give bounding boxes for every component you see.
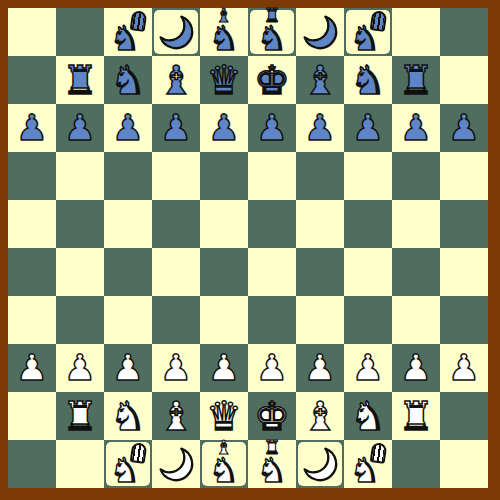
- square-e2[interactable]: ♛: [200, 392, 248, 440]
- piece-blue-knight[interactable]: ♞: [344, 56, 392, 104]
- piece-white-knight-bishop[interactable]: ♞♝: [200, 440, 248, 488]
- piece-white-bishop[interactable]: ♝: [152, 392, 200, 440]
- piece-white-pawn[interactable]: ♟: [200, 344, 248, 392]
- pawn-glyph: ♟: [400, 104, 432, 152]
- pawn-glyph: ♟: [160, 104, 192, 152]
- piece-blue-pawn[interactable]: ♟: [296, 104, 344, 152]
- chess-board: ♞♞♝♞♜♞♜♞♝♛♚♝♞♜♟♟♟♟♟♟♟♟♟♟♟♟♟♟♟♟♟♟♟♟♜♞♝♛♚♝…: [8, 8, 488, 488]
- square-f4[interactable]: [248, 296, 296, 344]
- square-c1[interactable]: ♞: [104, 440, 152, 488]
- piece-white-pawn[interactable]: ♟: [8, 344, 56, 392]
- king-glyph: ♚: [254, 56, 290, 104]
- pawn-glyph: ♟: [256, 104, 288, 152]
- square-d4[interactable]: [152, 296, 200, 344]
- bishop-mitre-crest: ♝: [215, 6, 232, 25]
- square-b6[interactable]: [56, 200, 104, 248]
- square-d6[interactable]: [152, 200, 200, 248]
- piece-blue-knight-bishop[interactable]: ♞♝: [200, 8, 248, 56]
- pawn-glyph: ♟: [64, 344, 96, 392]
- square-g7[interactable]: [296, 152, 344, 200]
- piece-blue-pawn[interactable]: ♟: [248, 104, 296, 152]
- piece-white-maned-knight[interactable]: ♞: [104, 440, 152, 488]
- square-f10[interactable]: ♞♜: [248, 8, 296, 56]
- piece-blue-maned-knight[interactable]: ♞: [104, 8, 152, 56]
- crescent-shape: [299, 443, 341, 485]
- mane-crest: [370, 10, 388, 32]
- piece-white-pawn[interactable]: ♟: [104, 344, 152, 392]
- piece-white-pawn[interactable]: ♟: [344, 344, 392, 392]
- pawn-glyph: ♟: [64, 104, 96, 152]
- piece-white-pawn[interactable]: ♟: [392, 344, 440, 392]
- square-i3[interactable]: ♟: [392, 344, 440, 392]
- square-j3[interactable]: ♟: [440, 344, 488, 392]
- square-d9[interactable]: ♝: [152, 56, 200, 104]
- square-b9[interactable]: ♜: [56, 56, 104, 104]
- crescent-shape: [299, 11, 341, 53]
- piece-white-pawn[interactable]: ♟: [152, 344, 200, 392]
- piece-blue-rook[interactable]: ♜: [56, 56, 104, 104]
- piece-white-knight[interactable]: ♞: [344, 392, 392, 440]
- pawn-glyph: ♟: [304, 104, 336, 152]
- square-a6[interactable]: [8, 200, 56, 248]
- knight-head-glyph: ♞: [209, 21, 239, 55]
- square-f1[interactable]: ♞♜: [248, 440, 296, 488]
- square-i4[interactable]: [392, 296, 440, 344]
- square-g4[interactable]: [296, 296, 344, 344]
- piece-blue-crescent[interactable]: [152, 8, 200, 56]
- square-a5[interactable]: [8, 248, 56, 296]
- board-frame: ♞♞♝♞♜♞♜♞♝♛♚♝♞♜♟♟♟♟♟♟♟♟♟♟♟♟♟♟♟♟♟♟♟♟♜♞♝♛♚♝…: [0, 0, 500, 500]
- mane-crest: [130, 442, 148, 464]
- square-b3[interactable]: ♟: [56, 344, 104, 392]
- pawn-glyph: ♟: [112, 104, 144, 152]
- piece-white-queen[interactable]: ♛: [200, 392, 248, 440]
- square-c9[interactable]: ♞: [104, 56, 152, 104]
- piece-blue-pawn[interactable]: ♟: [344, 104, 392, 152]
- king-glyph: ♚: [254, 392, 290, 440]
- square-j5[interactable]: [440, 248, 488, 296]
- piece-white-crescent[interactable]: [296, 440, 344, 488]
- pawn-glyph: ♟: [16, 104, 48, 152]
- square-c4[interactable]: [104, 296, 152, 344]
- square-h3[interactable]: ♟: [344, 344, 392, 392]
- square-i7[interactable]: [392, 152, 440, 200]
- square-f5[interactable]: [248, 248, 296, 296]
- piece-white-knight-rook[interactable]: ♞♜: [248, 440, 296, 488]
- square-d3[interactable]: ♟: [152, 344, 200, 392]
- piece-blue-pawn[interactable]: ♟: [200, 104, 248, 152]
- square-d10[interactable]: [152, 8, 200, 56]
- square-f9[interactable]: ♚: [248, 56, 296, 104]
- square-b8[interactable]: ♟: [56, 104, 104, 152]
- knight-head-glyph: ♞: [209, 453, 239, 487]
- pawn-glyph: ♟: [16, 344, 48, 392]
- square-c5[interactable]: [104, 248, 152, 296]
- piece-white-rook[interactable]: ♜: [56, 392, 104, 440]
- bishop-glyph: ♝: [158, 392, 194, 440]
- square-g10[interactable]: [296, 8, 344, 56]
- crescent-shape: [155, 443, 197, 485]
- piece-blue-pawn[interactable]: ♟: [8, 104, 56, 152]
- square-j8[interactable]: ♟: [440, 104, 488, 152]
- square-b5[interactable]: [56, 248, 104, 296]
- square-a2[interactable]: [8, 392, 56, 440]
- piece-blue-pawn[interactable]: ♟: [56, 104, 104, 152]
- square-j4[interactable]: [440, 296, 488, 344]
- square-e7[interactable]: [200, 152, 248, 200]
- square-a1[interactable]: [8, 440, 56, 488]
- square-c6[interactable]: [104, 200, 152, 248]
- piece-white-pawn[interactable]: ♟: [248, 344, 296, 392]
- square-h1[interactable]: ♞: [344, 440, 392, 488]
- square-g5[interactable]: [296, 248, 344, 296]
- square-g2[interactable]: ♝: [296, 392, 344, 440]
- square-c2[interactable]: ♞: [104, 392, 152, 440]
- bishop-glyph: ♝: [302, 56, 338, 104]
- queen-glyph: ♛: [206, 56, 242, 104]
- knight-glyph: ♞: [350, 392, 386, 440]
- piece-white-rook[interactable]: ♜: [392, 392, 440, 440]
- square-j9[interactable]: [440, 56, 488, 104]
- rook-glyph: ♜: [398, 56, 434, 104]
- square-a10[interactable]: [8, 8, 56, 56]
- piece-blue-pawn[interactable]: ♟: [440, 104, 488, 152]
- square-b7[interactable]: [56, 152, 104, 200]
- bishop-mitre-crest: ♝: [215, 438, 232, 457]
- square-b4[interactable]: [56, 296, 104, 344]
- square-c8[interactable]: ♟: [104, 104, 152, 152]
- square-e4[interactable]: [200, 296, 248, 344]
- square-a4[interactable]: [8, 296, 56, 344]
- knight-glyph: ♞: [110, 56, 146, 104]
- square-a3[interactable]: ♟: [8, 344, 56, 392]
- piece-blue-pawn[interactable]: ♟: [392, 104, 440, 152]
- square-d1[interactable]: [152, 440, 200, 488]
- square-d8[interactable]: ♟: [152, 104, 200, 152]
- square-b10[interactable]: [56, 8, 104, 56]
- square-c10[interactable]: ♞: [104, 8, 152, 56]
- square-f2[interactable]: ♚: [248, 392, 296, 440]
- square-h2[interactable]: ♞: [344, 392, 392, 440]
- pawn-glyph: ♟: [400, 344, 432, 392]
- knight-head-glyph: ♞: [257, 21, 287, 55]
- square-j6[interactable]: [440, 200, 488, 248]
- square-a9[interactable]: [8, 56, 56, 104]
- rook-tower-crest: ♜: [263, 6, 280, 25]
- square-d2[interactable]: ♝: [152, 392, 200, 440]
- square-e10[interactable]: ♞♝: [200, 8, 248, 56]
- square-j10[interactable]: [440, 8, 488, 56]
- square-b2[interactable]: ♜: [56, 392, 104, 440]
- square-g6[interactable]: [296, 200, 344, 248]
- pawn-glyph: ♟: [160, 344, 192, 392]
- rook-glyph: ♜: [62, 392, 98, 440]
- pawn-glyph: ♟: [112, 344, 144, 392]
- piece-white-maned-knight[interactable]: ♞: [344, 440, 392, 488]
- square-f8[interactable]: ♟: [248, 104, 296, 152]
- square-g1[interactable]: [296, 440, 344, 488]
- square-h8[interactable]: ♟: [344, 104, 392, 152]
- piece-blue-king[interactable]: ♚: [248, 56, 296, 104]
- square-h4[interactable]: [344, 296, 392, 344]
- square-h6[interactable]: [344, 200, 392, 248]
- queen-glyph: ♛: [206, 392, 242, 440]
- knight-head-glyph: ♞: [257, 453, 287, 487]
- square-f6[interactable]: [248, 200, 296, 248]
- rook-glyph: ♜: [398, 392, 434, 440]
- bishop-glyph: ♝: [302, 392, 338, 440]
- square-g3[interactable]: ♟: [296, 344, 344, 392]
- square-a7[interactable]: [8, 152, 56, 200]
- piece-blue-rook[interactable]: ♜: [392, 56, 440, 104]
- square-d7[interactable]: [152, 152, 200, 200]
- square-c7[interactable]: [104, 152, 152, 200]
- piece-blue-queen[interactable]: ♛: [200, 56, 248, 104]
- piece-white-pawn[interactable]: ♟: [296, 344, 344, 392]
- square-e8[interactable]: ♟: [200, 104, 248, 152]
- square-i1[interactable]: [392, 440, 440, 488]
- square-c3[interactable]: ♟: [104, 344, 152, 392]
- square-g9[interactable]: ♝: [296, 56, 344, 104]
- square-a8[interactable]: ♟: [8, 104, 56, 152]
- square-g8[interactable]: ♟: [296, 104, 344, 152]
- pawn-glyph: ♟: [304, 344, 336, 392]
- knight-glyph: ♞: [350, 56, 386, 104]
- piece-blue-bishop[interactable]: ♝: [152, 56, 200, 104]
- piece-blue-maned-knight[interactable]: ♞: [344, 8, 392, 56]
- square-h9[interactable]: ♞: [344, 56, 392, 104]
- square-e6[interactable]: [200, 200, 248, 248]
- pawn-glyph: ♟: [256, 344, 288, 392]
- square-h7[interactable]: [344, 152, 392, 200]
- square-b1[interactable]: [56, 440, 104, 488]
- square-i5[interactable]: [392, 248, 440, 296]
- piece-white-king[interactable]: ♚: [248, 392, 296, 440]
- pawn-glyph: ♟: [352, 104, 384, 152]
- piece-blue-knight-rook[interactable]: ♞♜: [248, 8, 296, 56]
- square-e9[interactable]: ♛: [200, 56, 248, 104]
- square-i8[interactable]: ♟: [392, 104, 440, 152]
- piece-white-knight[interactable]: ♞: [104, 392, 152, 440]
- square-e3[interactable]: ♟: [200, 344, 248, 392]
- piece-white-pawn[interactable]: ♟: [56, 344, 104, 392]
- crescent-shape: [155, 11, 197, 53]
- square-e1[interactable]: ♞♝: [200, 440, 248, 488]
- piece-blue-pawn[interactable]: ♟: [104, 104, 152, 152]
- pawn-glyph: ♟: [352, 344, 384, 392]
- square-e5[interactable]: [200, 248, 248, 296]
- piece-white-pawn[interactable]: ♟: [440, 344, 488, 392]
- bishop-glyph: ♝: [158, 56, 194, 104]
- piece-white-bishop[interactable]: ♝: [296, 392, 344, 440]
- pawn-glyph: ♟: [208, 104, 240, 152]
- piece-blue-crescent[interactable]: [296, 8, 344, 56]
- square-i6[interactable]: [392, 200, 440, 248]
- square-h5[interactable]: [344, 248, 392, 296]
- piece-blue-pawn[interactable]: ♟: [152, 104, 200, 152]
- piece-white-crescent[interactable]: [152, 440, 200, 488]
- square-h10[interactable]: ♞: [344, 8, 392, 56]
- pawn-glyph: ♟: [448, 104, 480, 152]
- knight-glyph: ♞: [110, 392, 146, 440]
- pawn-glyph: ♟: [448, 344, 480, 392]
- piece-blue-knight[interactable]: ♞: [104, 56, 152, 104]
- square-i2[interactable]: ♜: [392, 392, 440, 440]
- mane-crest: [370, 442, 388, 464]
- square-f3[interactable]: ♟: [248, 344, 296, 392]
- pawn-glyph: ♟: [208, 344, 240, 392]
- mane-crest: [130, 10, 148, 32]
- square-i10[interactable]: [392, 8, 440, 56]
- rook-glyph: ♜: [62, 56, 98, 104]
- rook-tower-crest: ♜: [263, 438, 280, 457]
- square-d5[interactable]: [152, 248, 200, 296]
- square-i9[interactable]: ♜: [392, 56, 440, 104]
- square-j2[interactable]: [440, 392, 488, 440]
- square-j1[interactable]: [440, 440, 488, 488]
- piece-blue-bishop[interactable]: ♝: [296, 56, 344, 104]
- square-f7[interactable]: [248, 152, 296, 200]
- square-j7[interactable]: [440, 152, 488, 200]
